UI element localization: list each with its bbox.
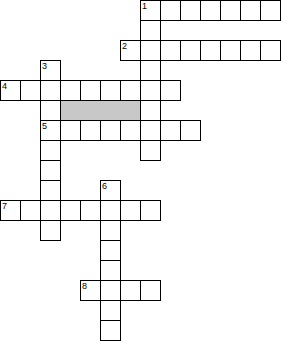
grid-cell[interactable] <box>80 120 101 141</box>
grid-cell[interactable] <box>80 200 101 221</box>
grid-cell[interactable] <box>180 120 201 141</box>
grid-cell[interactable] <box>260 40 281 61</box>
grid-cell[interactable] <box>40 220 61 241</box>
grid-cell[interactable] <box>200 40 221 61</box>
grid-cell[interactable] <box>140 200 161 221</box>
shaded-region-cell <box>101 101 121 120</box>
crossword-grid: 12345678 <box>0 0 281 341</box>
grid-cell[interactable] <box>140 100 161 121</box>
grid-cell[interactable] <box>40 80 61 101</box>
grid-cell[interactable] <box>100 260 121 281</box>
shaded-region-cell <box>121 101 141 120</box>
grid-cell[interactable] <box>100 240 121 261</box>
grid-cell[interactable] <box>140 40 161 61</box>
grid-cell[interactable] <box>60 200 81 221</box>
grid-cell[interactable] <box>200 0 221 21</box>
grid-cell[interactable] <box>220 0 241 21</box>
grid-cell[interactable] <box>100 320 121 341</box>
shaded-region-cell <box>61 101 81 120</box>
grid-cell[interactable] <box>120 200 141 221</box>
clue-number: 8 <box>82 282 87 291</box>
clue-number: 5 <box>42 122 47 131</box>
grid-cell[interactable] <box>60 120 81 141</box>
grid-cell[interactable] <box>120 280 141 301</box>
grid-cell[interactable] <box>100 200 121 221</box>
grid-cell[interactable] <box>180 0 201 21</box>
grid-cell[interactable] <box>140 60 161 81</box>
clue-number: 2 <box>122 42 127 51</box>
grid-cell[interactable] <box>260 0 281 21</box>
grid-cell[interactable] <box>100 300 121 321</box>
grid-cell[interactable] <box>100 80 121 101</box>
grid-cell[interactable] <box>40 100 61 121</box>
grid-cell[interactable] <box>120 80 141 101</box>
clue-number: 6 <box>102 182 107 191</box>
grid-cell[interactable] <box>140 280 161 301</box>
grid-cell[interactable] <box>140 120 161 141</box>
grid-cell[interactable] <box>220 40 241 61</box>
grid-cell[interactable] <box>140 20 161 41</box>
grid-cell[interactable] <box>60 80 81 101</box>
grid-cell[interactable] <box>160 120 181 141</box>
grid-cell[interactable] <box>140 80 161 101</box>
grid-cell[interactable] <box>180 40 201 61</box>
grid-cell[interactable] <box>40 140 61 161</box>
grid-cell[interactable] <box>100 280 121 301</box>
clue-number: 4 <box>2 82 7 91</box>
clue-number: 7 <box>2 202 7 211</box>
grid-cell[interactable] <box>120 120 141 141</box>
grid-cell[interactable] <box>160 80 181 101</box>
grid-cell[interactable] <box>80 80 101 101</box>
grid-cell[interactable] <box>20 200 41 221</box>
grid-cell[interactable] <box>20 80 41 101</box>
shaded-region-cell <box>81 101 101 120</box>
grid-cell[interactable] <box>160 0 181 21</box>
grid-cell[interactable] <box>40 200 61 221</box>
grid-cell[interactable] <box>100 120 121 141</box>
grid-cell[interactable] <box>140 140 161 161</box>
grid-cell[interactable] <box>100 220 121 241</box>
grid-cell[interactable] <box>240 0 261 21</box>
grid-cell[interactable] <box>240 40 261 61</box>
clue-number: 3 <box>42 62 47 71</box>
grid-cell[interactable] <box>40 180 61 201</box>
grid-cell[interactable] <box>40 160 61 181</box>
grid-cell[interactable] <box>160 40 181 61</box>
clue-number: 1 <box>142 2 147 11</box>
